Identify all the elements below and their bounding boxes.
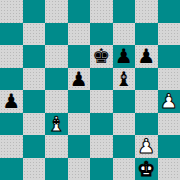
square-a1[interactable] (0, 158, 23, 181)
square-c5[interactable] (45, 68, 68, 91)
square-d2[interactable] (68, 135, 91, 158)
square-b1[interactable] (23, 158, 46, 181)
square-f3[interactable] (113, 113, 136, 136)
square-c1[interactable] (45, 158, 68, 181)
square-f2[interactable] (113, 135, 136, 158)
square-c7[interactable] (45, 23, 68, 46)
square-e7[interactable] (90, 23, 113, 46)
square-b7[interactable] (23, 23, 46, 46)
square-c6[interactable] (45, 45, 68, 68)
square-d5[interactable]: ♟ (68, 68, 91, 91)
square-h7[interactable] (158, 23, 181, 46)
square-h3[interactable] (158, 113, 181, 136)
square-a3[interactable] (0, 113, 23, 136)
square-f7[interactable] (113, 23, 136, 46)
black-bishop-icon[interactable]: ♝ (115, 69, 133, 89)
square-e1[interactable] (90, 158, 113, 181)
black-king-icon[interactable]: ♚ (92, 46, 110, 66)
square-f4[interactable] (113, 90, 136, 113)
square-g8[interactable] (135, 0, 158, 23)
square-h2[interactable] (158, 135, 181, 158)
square-g2[interactable]: ♟ (135, 135, 158, 158)
square-h8[interactable] (158, 0, 181, 23)
square-a4[interactable]: ♟ (0, 90, 23, 113)
square-e8[interactable] (90, 0, 113, 23)
square-f5[interactable]: ♝ (113, 68, 136, 91)
square-e2[interactable] (90, 135, 113, 158)
square-c2[interactable] (45, 135, 68, 158)
square-a5[interactable] (0, 68, 23, 91)
chess-board: ♚♟♟♟♝♟♟♝♟♚ (0, 0, 180, 180)
square-d8[interactable] (68, 0, 91, 23)
square-h5[interactable] (158, 68, 181, 91)
square-e5[interactable] (90, 68, 113, 91)
square-c4[interactable] (45, 90, 68, 113)
square-d4[interactable] (68, 90, 91, 113)
square-h6[interactable] (158, 45, 181, 68)
square-f6[interactable]: ♟ (113, 45, 136, 68)
black-pawn-icon[interactable]: ♟ (70, 69, 88, 89)
square-g4[interactable] (135, 90, 158, 113)
square-c8[interactable] (45, 0, 68, 23)
square-g5[interactable] (135, 68, 158, 91)
square-b2[interactable] (23, 135, 46, 158)
square-g3[interactable] (135, 113, 158, 136)
square-f1[interactable] (113, 158, 136, 181)
square-b6[interactable] (23, 45, 46, 68)
square-f8[interactable] (113, 0, 136, 23)
square-e4[interactable] (90, 90, 113, 113)
square-e6[interactable]: ♚ (90, 45, 113, 68)
square-a2[interactable] (0, 135, 23, 158)
black-pawn-icon[interactable]: ♟ (2, 91, 20, 111)
white-pawn-icon[interactable]: ♟ (137, 136, 155, 156)
white-pawn-icon[interactable]: ♟ (160, 91, 178, 111)
black-pawn-icon[interactable]: ♟ (137, 46, 155, 66)
square-h4[interactable]: ♟ (158, 90, 181, 113)
square-d1[interactable] (68, 158, 91, 181)
white-king-icon[interactable]: ♚ (137, 159, 155, 179)
square-g6[interactable]: ♟ (135, 45, 158, 68)
square-g1[interactable]: ♚ (135, 158, 158, 181)
square-b4[interactable] (23, 90, 46, 113)
square-c3[interactable]: ♝ (45, 113, 68, 136)
square-a7[interactable] (0, 23, 23, 46)
square-g7[interactable] (135, 23, 158, 46)
square-b3[interactable] (23, 113, 46, 136)
square-d7[interactable] (68, 23, 91, 46)
square-a6[interactable] (0, 45, 23, 68)
square-a8[interactable] (0, 0, 23, 23)
square-e3[interactable] (90, 113, 113, 136)
square-d6[interactable] (68, 45, 91, 68)
square-d3[interactable] (68, 113, 91, 136)
square-b5[interactable] (23, 68, 46, 91)
black-pawn-icon[interactable]: ♟ (115, 46, 133, 66)
square-b8[interactable] (23, 0, 46, 23)
square-h1[interactable] (158, 158, 181, 181)
white-bishop-icon[interactable]: ♝ (47, 114, 65, 134)
